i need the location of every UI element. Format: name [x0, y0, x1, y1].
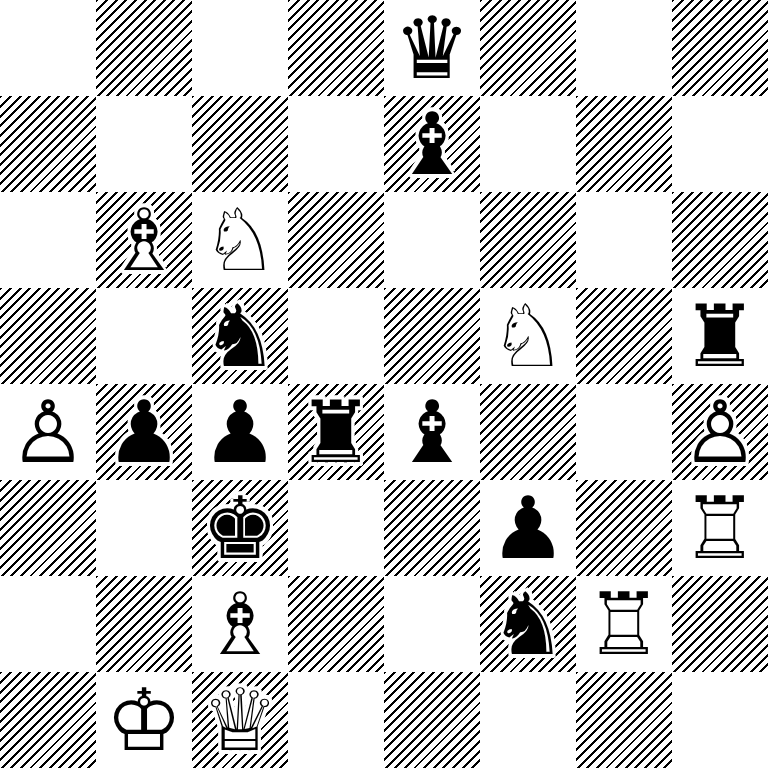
square-c2[interactable]: ♝♗	[192, 576, 288, 672]
square-g6[interactable]	[576, 192, 672, 288]
square-e2[interactable]	[384, 576, 480, 672]
piece-black-pawn-f3: ♟	[480, 480, 576, 576]
square-e8[interactable]: ♛♛	[384, 0, 480, 96]
square-g5[interactable]	[576, 288, 672, 384]
square-e7[interactable]: ♝♝	[384, 96, 480, 192]
piece-black-king-c3: ♚	[192, 480, 288, 576]
square-b5[interactable]	[96, 288, 192, 384]
square-f2[interactable]: ♞♞	[480, 576, 576, 672]
square-d5[interactable]	[288, 288, 384, 384]
square-a5[interactable]	[0, 288, 96, 384]
piece-white-rook-g2: ♖	[576, 576, 672, 672]
piece-white-queen-c1: ♕	[192, 672, 288, 768]
square-h1[interactable]	[672, 672, 768, 768]
square-d4[interactable]: ♜♜	[288, 384, 384, 480]
square-h4[interactable]: ♟♙	[672, 384, 768, 480]
piece-black-rook-h5: ♜	[672, 288, 768, 384]
square-f5[interactable]: ♞♘	[480, 288, 576, 384]
square-a6[interactable]	[0, 192, 96, 288]
square-c6[interactable]: ♞♘	[192, 192, 288, 288]
square-h5[interactable]: ♜♜	[672, 288, 768, 384]
piece-black-queen-e8: ♛	[384, 0, 480, 96]
piece-black-rook-d4: ♜	[288, 384, 384, 480]
square-a8[interactable]	[0, 0, 96, 96]
square-c4[interactable]: ♟♟	[192, 384, 288, 480]
piece-white-pawn-a4: ♙	[0, 384, 96, 480]
square-f3[interactable]: ♟♟	[480, 480, 576, 576]
square-b4[interactable]: ♟♟	[96, 384, 192, 480]
square-a4[interactable]: ♟♙	[0, 384, 96, 480]
piece-black-pawn-b4: ♟	[96, 384, 192, 480]
chess-board: ♛♛♝♝♝♗♞♘♞♞♞♘♜♜♟♙♟♟♟♟♜♜♝♝♟♙♚♚♟♟♜♖♝♗♞♞♜♖♚♔…	[0, 0, 768, 768]
square-b1[interactable]: ♚♔	[96, 672, 192, 768]
square-h8[interactable]	[672, 0, 768, 96]
square-d2[interactable]	[288, 576, 384, 672]
square-g8[interactable]	[576, 0, 672, 96]
square-b7[interactable]	[96, 96, 192, 192]
square-d7[interactable]	[288, 96, 384, 192]
piece-black-bishop-e7: ♝	[384, 96, 480, 192]
square-g4[interactable]	[576, 384, 672, 480]
square-f7[interactable]	[480, 96, 576, 192]
square-h6[interactable]	[672, 192, 768, 288]
square-e3[interactable]	[384, 480, 480, 576]
square-a7[interactable]	[0, 96, 96, 192]
square-c7[interactable]	[192, 96, 288, 192]
piece-white-pawn-h4: ♙	[672, 384, 768, 480]
square-c5[interactable]: ♞♞	[192, 288, 288, 384]
square-b8[interactable]	[96, 0, 192, 96]
square-a1[interactable]	[0, 672, 96, 768]
square-a3[interactable]	[0, 480, 96, 576]
square-h2[interactable]	[672, 576, 768, 672]
square-d1[interactable]	[288, 672, 384, 768]
piece-black-knight-c5: ♞	[192, 288, 288, 384]
square-f1[interactable]	[480, 672, 576, 768]
square-e6[interactable]	[384, 192, 480, 288]
piece-white-bishop-b6: ♗	[96, 192, 192, 288]
square-b6[interactable]: ♝♗	[96, 192, 192, 288]
square-d8[interactable]	[288, 0, 384, 96]
square-g1[interactable]	[576, 672, 672, 768]
square-c3[interactable]: ♚♚	[192, 480, 288, 576]
square-b3[interactable]	[96, 480, 192, 576]
square-a2[interactable]	[0, 576, 96, 672]
square-e4[interactable]: ♝♝	[384, 384, 480, 480]
piece-black-bishop-e4: ♝	[384, 384, 480, 480]
piece-white-king-b1: ♔	[96, 672, 192, 768]
square-h7[interactable]	[672, 96, 768, 192]
square-g7[interactable]	[576, 96, 672, 192]
square-d6[interactable]	[288, 192, 384, 288]
square-b2[interactable]	[96, 576, 192, 672]
square-f8[interactable]	[480, 0, 576, 96]
piece-white-bishop-c2: ♗	[192, 576, 288, 672]
square-d3[interactable]	[288, 480, 384, 576]
piece-white-rook-h3: ♖	[672, 480, 768, 576]
piece-white-knight-f5: ♘	[480, 288, 576, 384]
piece-white-knight-c6: ♘	[192, 192, 288, 288]
square-f6[interactable]	[480, 192, 576, 288]
piece-black-pawn-c4: ♟	[192, 384, 288, 480]
square-e1[interactable]	[384, 672, 480, 768]
square-f4[interactable]	[480, 384, 576, 480]
square-c1[interactable]: ♛♕	[192, 672, 288, 768]
square-g3[interactable]	[576, 480, 672, 576]
square-c8[interactable]	[192, 0, 288, 96]
square-g2[interactable]: ♜♖	[576, 576, 672, 672]
square-e5[interactable]	[384, 288, 480, 384]
piece-black-knight-f2: ♞	[480, 576, 576, 672]
square-h3[interactable]: ♜♖	[672, 480, 768, 576]
